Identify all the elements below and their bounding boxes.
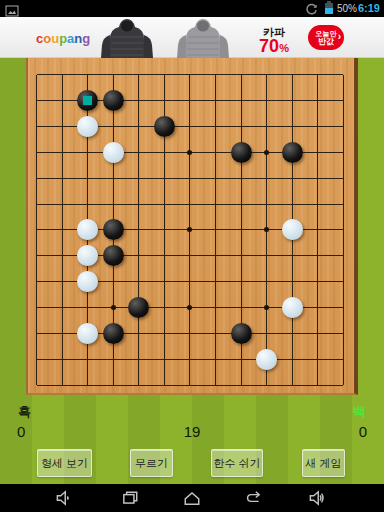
recent-apps-icon[interactable] [121,489,139,507]
board-cell[interactable] [330,372,356,398]
brand-letter: g [82,31,90,46]
white-stone [282,219,303,240]
hoshi-point [111,305,116,310]
white-stone [256,349,277,370]
board-cell[interactable] [24,191,50,217]
board-cell[interactable] [228,191,254,217]
board-cell[interactable] [177,114,203,140]
board-cell[interactable] [24,372,50,398]
board-cell[interactable] [203,320,229,346]
board-cell[interactable] [254,346,280,372]
board-cell[interactable] [305,269,331,295]
board-cell[interactable] [50,346,76,372]
board-cell[interactable] [101,165,127,191]
board-cell[interactable] [330,88,356,114]
board-cell[interactable] [203,269,229,295]
white-stone [282,297,303,318]
board-cell[interactable] [126,372,152,398]
board-cell[interactable] [75,372,101,398]
board-cell[interactable] [203,165,229,191]
board-cell[interactable] [279,140,305,166]
hoshi-point [264,227,269,232]
status-bar: 50% 6:19 [0,0,384,17]
board-cell[interactable] [279,191,305,217]
board-cell[interactable] [305,62,331,88]
board-cell[interactable] [152,320,178,346]
ad-cta-button[interactable]: 오늘만 반값 › [308,25,344,50]
board-cell[interactable] [177,191,203,217]
board-cell[interactable] [50,114,76,140]
board-cell[interactable] [254,320,280,346]
board-cell[interactable] [279,62,305,88]
board-cell[interactable] [101,320,127,346]
board-cell[interactable] [101,62,127,88]
white-stone [77,116,98,137]
home-icon[interactable] [183,489,201,507]
board-cell[interactable] [50,140,76,166]
board-cell[interactable] [152,217,178,243]
board-cell[interactable] [126,295,152,321]
volume-up-icon[interactable] [307,489,325,507]
board-cell[interactable] [101,269,127,295]
board-cell[interactable] [228,372,254,398]
board-cell[interactable] [305,140,331,166]
last-move-marker [83,96,92,105]
board-cell[interactable] [75,191,101,217]
black-stone [282,142,303,163]
clock: 6:19 [358,2,380,14]
board-cell[interactable] [50,62,76,88]
board-cell[interactable] [177,140,203,166]
board-cell[interactable] [177,165,203,191]
app-screen: 50% 6:19 coupang [0,0,384,512]
battery-icon [325,3,333,14]
board-cell[interactable] [101,140,127,166]
board-cell[interactable] [50,165,76,191]
white-player-label: 백 [353,403,366,421]
hoshi-point [187,150,192,155]
board-cell[interactable] [203,295,229,321]
board-cell[interactable] [203,140,229,166]
board-cell[interactable] [330,243,356,269]
board-cell[interactable] [152,165,178,191]
board-cell[interactable] [152,140,178,166]
board-cell[interactable] [152,269,178,295]
board-cell[interactable] [101,217,127,243]
board-cell[interactable] [305,191,331,217]
black-stone [231,323,252,344]
board-cell[interactable] [330,269,356,295]
board-cell[interactable] [75,269,101,295]
board-cell[interactable] [152,62,178,88]
board-cell[interactable] [101,346,127,372]
board-cell[interactable] [203,62,229,88]
white-stone [77,245,98,266]
board-cell[interactable] [228,320,254,346]
board-cell[interactable] [279,243,305,269]
board-cell[interactable] [203,217,229,243]
black-stone [103,90,124,111]
brand-letter: u [51,31,59,46]
white-stone [77,323,98,344]
board-cell[interactable] [101,372,127,398]
board-cell[interactable] [75,217,101,243]
board-cell[interactable] [24,88,50,114]
go-board-wood [26,58,358,395]
hoshi-point [187,305,192,310]
board-cell[interactable] [152,372,178,398]
board-cell[interactable] [228,140,254,166]
board-cell[interactable] [177,62,203,88]
board-cell[interactable] [228,269,254,295]
board-cell[interactable] [152,346,178,372]
black-stone [103,245,124,266]
board-cell[interactable] [254,372,280,398]
board-cell[interactable] [254,165,280,191]
board-cell[interactable] [152,243,178,269]
board-cell[interactable] [101,88,127,114]
board-cell[interactable] [24,346,50,372]
board-cell[interactable] [126,243,152,269]
black-stone [128,297,149,318]
board-cell[interactable] [305,114,331,140]
brand-letter: o [43,31,51,46]
board-cell[interactable] [203,191,229,217]
new-game-button[interactable]: 새 게임 [302,449,345,477]
hoshi-point [264,150,269,155]
board-cell[interactable] [75,243,101,269]
android-nav-bar [0,484,384,512]
white-stone [77,271,98,292]
pass-button[interactable]: 한수 쉬기 [211,449,263,477]
estimate-position-button[interactable]: 형세 보기 [37,449,92,477]
board-cell[interactable] [279,269,305,295]
board-cell[interactable] [75,140,101,166]
white-stone [103,142,124,163]
board-cell[interactable] [177,217,203,243]
ad-banner[interactable]: coupang 카파 70% [0,17,384,58]
undo-button[interactable]: 무르기 [130,449,173,477]
board-cell[interactable] [177,320,203,346]
board-cell[interactable] [203,372,229,398]
board-cell[interactable] [126,62,152,88]
board-cell[interactable] [101,295,127,321]
board-cell[interactable] [126,320,152,346]
board-cell[interactable] [330,217,356,243]
board-cell[interactable] [126,88,152,114]
board-cell[interactable] [75,295,101,321]
board-cell[interactable] [330,114,356,140]
board-cell[interactable] [50,295,76,321]
board-cell[interactable] [126,191,152,217]
board-cell[interactable] [228,295,254,321]
board-cell[interactable] [254,62,280,88]
board-cell[interactable] [152,191,178,217]
board-cell[interactable] [330,320,356,346]
board-cell[interactable] [50,191,76,217]
board-cell[interactable] [126,269,152,295]
white-stone [77,219,98,240]
board-cell[interactable] [279,114,305,140]
board-cell[interactable] [203,114,229,140]
board-cell[interactable] [228,114,254,140]
black-player-label: 흑 [18,403,31,421]
board-cell[interactable] [50,217,76,243]
board-cell[interactable] [228,243,254,269]
black-stone [103,219,124,240]
board-cell[interactable] [152,114,178,140]
hoshi-point [264,305,269,310]
board-cell[interactable] [330,191,356,217]
board-cell[interactable] [50,243,76,269]
board-cell[interactable] [177,269,203,295]
board-cell[interactable] [75,88,101,114]
board-cell[interactable] [254,88,280,114]
board-cell[interactable] [177,243,203,269]
chevron-right-icon: › [338,32,341,42]
board-cell[interactable] [24,320,50,346]
board-cell[interactable] [101,114,127,140]
board-cell[interactable] [228,346,254,372]
board-cell[interactable] [254,191,280,217]
board-cell[interactable] [75,320,101,346]
board-cell[interactable] [279,165,305,191]
black-stone [231,142,252,163]
board-cell[interactable] [24,140,50,166]
board-cell[interactable] [24,114,50,140]
board-cell[interactable] [75,165,101,191]
board-cell[interactable] [254,217,280,243]
board-cell[interactable] [101,243,127,269]
board-cell[interactable] [50,88,76,114]
ad-discount: 70% [250,36,298,57]
board-cell[interactable] [254,295,280,321]
board-cell[interactable] [126,140,152,166]
board-cell[interactable] [126,165,152,191]
board-cell[interactable] [254,269,280,295]
volume-down-icon[interactable] [54,489,72,507]
board-cell[interactable] [203,346,229,372]
board-cell[interactable] [203,243,229,269]
go-board-grid [24,62,356,398]
board-cell[interactable] [24,269,50,295]
board-cell[interactable] [50,372,76,398]
board-cell[interactable] [330,165,356,191]
board-cell[interactable] [305,372,331,398]
board-cell[interactable] [305,243,331,269]
coupang-logo: coupang [36,31,90,46]
board-cell[interactable] [279,217,305,243]
board-cell[interactable] [279,320,305,346]
hoshi-point [187,227,192,232]
black-stone [77,90,98,111]
black-stone [154,116,175,137]
board-cell[interactable] [330,140,356,166]
board-cell[interactable] [24,243,50,269]
board-cell[interactable] [50,269,76,295]
board-cell[interactable] [203,88,229,114]
move-counter: 19 [0,423,384,440]
board-cell[interactable] [279,88,305,114]
board-cell[interactable] [75,114,101,140]
board-cell[interactable] [24,217,50,243]
board-cell[interactable] [279,372,305,398]
board-cell[interactable] [101,191,127,217]
board-cell[interactable] [126,217,152,243]
board-cell[interactable] [177,372,203,398]
board-cell[interactable] [305,320,331,346]
board-cell[interactable] [254,114,280,140]
board-cell[interactable] [126,114,152,140]
board-cell[interactable] [75,62,101,88]
board-cell[interactable] [279,346,305,372]
board-cell[interactable] [75,346,101,372]
board-cell[interactable] [228,165,254,191]
board-cell[interactable] [305,217,331,243]
board-cell[interactable] [177,88,203,114]
brand-letter: p [59,31,67,46]
board-cell[interactable] [330,295,356,321]
board-cell[interactable] [330,346,356,372]
discount-number: 70 [259,36,279,56]
board-cell[interactable] [177,346,203,372]
board-cell[interactable] [254,243,280,269]
board-cell[interactable] [177,295,203,321]
board-cell[interactable] [24,62,50,88]
board-cell[interactable] [50,320,76,346]
board-cell[interactable] [330,62,356,88]
board-cell[interactable] [126,346,152,372]
black-stone [103,323,124,344]
board-cell[interactable] [228,217,254,243]
board-cell[interactable] [254,140,280,166]
board-cell[interactable] [152,88,178,114]
back-icon[interactable] [244,489,262,507]
board-cell[interactable] [228,88,254,114]
board-cell[interactable] [279,295,305,321]
white-captures: 0 [359,423,367,440]
board-cell[interactable] [24,165,50,191]
battery-percent: 50% [337,3,357,14]
board-cell[interactable] [305,165,331,191]
board-cell[interactable] [228,62,254,88]
jacket-product-images [96,17,256,62]
board-cell[interactable] [305,346,331,372]
board-cell[interactable] [152,295,178,321]
board-cell[interactable] [24,295,50,321]
board-cell[interactable] [305,295,331,321]
board-cell[interactable] [305,88,331,114]
discount-percent-sign: % [279,42,289,54]
